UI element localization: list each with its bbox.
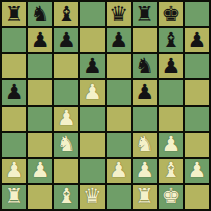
square-g4[interactable] <box>159 107 183 131</box>
square-h1[interactable] <box>185 185 209 209</box>
square-h8[interactable] <box>185 2 209 26</box>
square-c2[interactable] <box>54 159 78 183</box>
piece-black-pawn: ♟ <box>83 56 102 77</box>
square-b4[interactable] <box>28 107 52 131</box>
square-e2[interactable]: ♟ <box>107 159 131 183</box>
piece-white-pawn: ♟ <box>188 160 207 181</box>
square-g1[interactable]: ♚ <box>159 185 183 209</box>
piece-black-knight: ♞ <box>135 56 154 77</box>
piece-black-bishop: ♝ <box>161 30 180 51</box>
piece-white-queen: ♛ <box>83 186 102 207</box>
square-a8[interactable]: ♜ <box>2 2 26 26</box>
square-a7[interactable] <box>2 28 26 52</box>
piece-black-pawn: ♟ <box>31 30 50 51</box>
square-g6[interactable]: ♟ <box>159 54 183 78</box>
square-a3[interactable] <box>2 133 26 157</box>
square-b5[interactable] <box>28 80 52 104</box>
square-f3[interactable]: ♞ <box>133 133 157 157</box>
square-c8[interactable]: ♝ <box>54 2 78 26</box>
square-c5[interactable] <box>54 80 78 104</box>
square-d7[interactable] <box>80 28 104 52</box>
square-f8[interactable]: ♜ <box>133 2 157 26</box>
square-d3[interactable] <box>80 133 104 157</box>
square-a1[interactable]: ♜ <box>2 185 26 209</box>
square-f1[interactable]: ♜ <box>133 185 157 209</box>
square-c3[interactable]: ♞ <box>54 133 78 157</box>
chess-board: ♜♞♝♛♜♚♟♟♟♝♟♟♞♟♟♟♟♟♞♞♟♟♟♟♟♝♟♜♝♛♜♚ <box>0 0 211 211</box>
square-d2[interactable] <box>80 159 104 183</box>
piece-white-king: ♚ <box>161 186 180 207</box>
square-h2[interactable]: ♟ <box>185 159 209 183</box>
piece-black-rook: ♜ <box>5 4 24 25</box>
piece-black-pawn: ♟ <box>188 30 207 51</box>
square-c7[interactable]: ♟ <box>54 28 78 52</box>
square-e8[interactable]: ♛ <box>107 2 131 26</box>
square-a2[interactable]: ♟ <box>2 159 26 183</box>
square-f7[interactable] <box>133 28 157 52</box>
piece-white-rook: ♜ <box>135 186 154 207</box>
square-b7[interactable]: ♟ <box>28 28 52 52</box>
square-d6[interactable]: ♟ <box>80 54 104 78</box>
piece-white-pawn: ♟ <box>135 160 154 181</box>
square-e5[interactable] <box>107 80 131 104</box>
square-b6[interactable] <box>28 54 52 78</box>
piece-black-bishop: ♝ <box>57 4 76 25</box>
piece-white-pawn: ♟ <box>5 160 24 181</box>
square-h7[interactable]: ♟ <box>185 28 209 52</box>
square-c4[interactable]: ♟ <box>54 107 78 131</box>
piece-black-queen: ♛ <box>109 4 128 25</box>
square-e7[interactable]: ♟ <box>107 28 131 52</box>
piece-white-knight: ♞ <box>135 134 154 155</box>
square-d4[interactable] <box>80 107 104 131</box>
square-g2[interactable]: ♝ <box>159 159 183 183</box>
piece-black-king: ♚ <box>161 4 180 25</box>
square-a5[interactable]: ♟ <box>2 80 26 104</box>
square-g3[interactable]: ♟ <box>159 133 183 157</box>
piece-black-pawn: ♟ <box>57 30 76 51</box>
square-h3[interactable] <box>185 133 209 157</box>
square-h4[interactable] <box>185 107 209 131</box>
piece-black-pawn: ♟ <box>109 30 128 51</box>
piece-black-pawn: ♟ <box>5 82 24 103</box>
square-g8[interactable]: ♚ <box>159 2 183 26</box>
square-f5[interactable]: ♟ <box>133 80 157 104</box>
piece-white-knight: ♞ <box>57 134 76 155</box>
square-f6[interactable]: ♞ <box>133 54 157 78</box>
square-d8[interactable] <box>80 2 104 26</box>
square-a6[interactable] <box>2 54 26 78</box>
square-b2[interactable]: ♟ <box>28 159 52 183</box>
square-f2[interactable]: ♟ <box>133 159 157 183</box>
square-f4[interactable] <box>133 107 157 131</box>
square-c6[interactable] <box>54 54 78 78</box>
piece-white-pawn: ♟ <box>161 134 180 155</box>
square-g7[interactable]: ♝ <box>159 28 183 52</box>
piece-black-pawn: ♟ <box>135 82 154 103</box>
square-c1[interactable]: ♝ <box>54 185 78 209</box>
square-e4[interactable] <box>107 107 131 131</box>
square-b3[interactable] <box>28 133 52 157</box>
square-e1[interactable] <box>107 185 131 209</box>
piece-white-bishop: ♝ <box>161 160 180 181</box>
piece-black-knight: ♞ <box>31 4 50 25</box>
piece-white-pawn: ♟ <box>31 160 50 181</box>
piece-black-pawn: ♟ <box>161 56 180 77</box>
piece-white-bishop: ♝ <box>57 186 76 207</box>
piece-white-pawn: ♟ <box>57 108 76 129</box>
square-e3[interactable] <box>107 133 131 157</box>
square-e6[interactable] <box>107 54 131 78</box>
square-h6[interactable] <box>185 54 209 78</box>
square-d5[interactable]: ♟ <box>80 80 104 104</box>
square-h5[interactable] <box>185 80 209 104</box>
piece-white-pawn: ♟ <box>83 82 102 103</box>
square-b8[interactable]: ♞ <box>28 2 52 26</box>
square-b1[interactable] <box>28 185 52 209</box>
piece-white-pawn: ♟ <box>109 160 128 181</box>
piece-white-rook: ♜ <box>5 186 24 207</box>
square-g5[interactable] <box>159 80 183 104</box>
piece-black-rook: ♜ <box>135 4 154 25</box>
square-a4[interactable] <box>2 107 26 131</box>
square-d1[interactable]: ♛ <box>80 185 104 209</box>
